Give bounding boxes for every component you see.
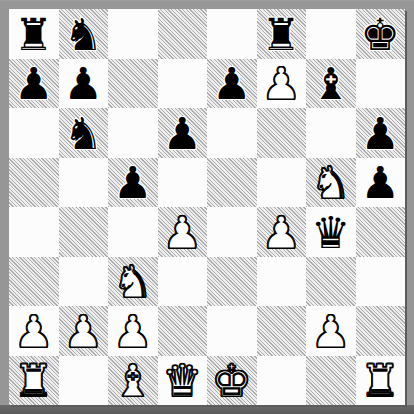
square-e6[interactable]	[207, 108, 257, 158]
square-g3[interactable]	[306, 257, 356, 307]
square-a3[interactable]	[9, 257, 59, 307]
square-c8[interactable]	[108, 9, 158, 59]
square-h7[interactable]	[356, 59, 406, 109]
black-pawn: ♟	[361, 112, 400, 156]
square-c1[interactable]: ♝	[108, 356, 158, 406]
black-rook: ♜	[262, 13, 301, 57]
black-knight: ♞	[64, 112, 103, 156]
square-c4[interactable]	[108, 207, 158, 257]
square-d1[interactable]: ♛	[158, 356, 208, 406]
square-a4[interactable]	[9, 207, 59, 257]
white-pawn: ♟	[262, 211, 301, 255]
square-e2[interactable]	[207, 306, 257, 356]
square-d5[interactable]	[158, 158, 208, 208]
white-king: ♚	[212, 359, 251, 403]
square-a2[interactable]: ♟	[9, 306, 59, 356]
square-g2[interactable]: ♟	[306, 306, 356, 356]
white-pawn: ♟	[14, 310, 53, 354]
square-b6[interactable]: ♞	[59, 108, 109, 158]
square-e8[interactable]	[207, 9, 257, 59]
black-queen: ♛	[311, 211, 350, 255]
white-pawn: ♟	[64, 310, 103, 354]
square-e3[interactable]	[207, 257, 257, 307]
white-rook: ♜	[361, 359, 400, 403]
square-h3[interactable]	[356, 257, 406, 307]
black-king: ♚	[361, 13, 400, 57]
square-d4[interactable]: ♟	[158, 207, 208, 257]
black-rook: ♜	[14, 13, 53, 57]
square-b4[interactable]	[59, 207, 109, 257]
diagram-frame: ♜♞♜♚♟♟♟♟♝♞♟♟♟♞♟♟♟♛♞♟♟♟♟♜♝♛♚♜	[0, 0, 414, 414]
square-h8[interactable]: ♚	[356, 9, 406, 59]
square-f5[interactable]	[257, 158, 307, 208]
square-g7[interactable]: ♝	[306, 59, 356, 109]
square-h1[interactable]: ♜	[356, 356, 406, 406]
white-pawn: ♟	[311, 310, 350, 354]
square-a5[interactable]	[9, 158, 59, 208]
white-queen: ♛	[163, 359, 202, 403]
square-a8[interactable]: ♜	[9, 9, 59, 59]
white-pawn: ♟	[113, 310, 152, 354]
square-d7[interactable]	[158, 59, 208, 109]
square-f2[interactable]	[257, 306, 307, 356]
square-b5[interactable]	[59, 158, 109, 208]
square-g4[interactable]: ♛	[306, 207, 356, 257]
square-g8[interactable]	[306, 9, 356, 59]
square-h5[interactable]: ♟	[356, 158, 406, 208]
black-pawn: ♟	[113, 161, 152, 205]
square-b7[interactable]: ♟	[59, 59, 109, 109]
square-a1[interactable]: ♜	[9, 356, 59, 406]
square-b1[interactable]	[59, 356, 109, 406]
white-pawn: ♟	[163, 211, 202, 255]
square-e4[interactable]	[207, 207, 257, 257]
square-e5[interactable]	[207, 158, 257, 208]
square-d2[interactable]	[158, 306, 208, 356]
black-knight: ♞	[64, 13, 103, 57]
square-g1[interactable]	[306, 356, 356, 406]
square-f3[interactable]	[257, 257, 307, 307]
square-c7[interactable]	[108, 59, 158, 109]
square-g5[interactable]: ♞	[306, 158, 356, 208]
square-d3[interactable]	[158, 257, 208, 307]
square-c5[interactable]: ♟	[108, 158, 158, 208]
black-bishop: ♝	[311, 62, 350, 106]
square-e1[interactable]: ♚	[207, 356, 257, 406]
chess-board: ♜♞♜♚♟♟♟♟♝♞♟♟♟♞♟♟♟♛♞♟♟♟♟♜♝♛♚♜	[9, 9, 405, 405]
white-knight: ♞	[311, 161, 350, 205]
square-f7[interactable]: ♟	[257, 59, 307, 109]
square-h2[interactable]	[356, 306, 406, 356]
square-d6[interactable]: ♟	[158, 108, 208, 158]
square-f1[interactable]	[257, 356, 307, 406]
white-knight: ♞	[113, 260, 152, 304]
black-pawn: ♟	[163, 112, 202, 156]
square-f8[interactable]: ♜	[257, 9, 307, 59]
square-c2[interactable]: ♟	[108, 306, 158, 356]
square-c3[interactable]: ♞	[108, 257, 158, 307]
square-a7[interactable]: ♟	[9, 59, 59, 109]
white-bishop: ♝	[113, 359, 152, 403]
square-e7[interactable]: ♟	[207, 59, 257, 109]
square-d8[interactable]	[158, 9, 208, 59]
black-pawn: ♟	[212, 62, 251, 106]
white-rook: ♜	[14, 359, 53, 403]
square-f4[interactable]: ♟	[257, 207, 307, 257]
square-b8[interactable]: ♞	[59, 9, 109, 59]
black-pawn: ♟	[14, 62, 53, 106]
square-b3[interactable]	[59, 257, 109, 307]
square-h6[interactable]: ♟	[356, 108, 406, 158]
square-f6[interactable]	[257, 108, 307, 158]
square-b2[interactable]: ♟	[59, 306, 109, 356]
square-c6[interactable]	[108, 108, 158, 158]
square-g6[interactable]	[306, 108, 356, 158]
square-h4[interactable]	[356, 207, 406, 257]
square-a6[interactable]	[9, 108, 59, 158]
black-pawn: ♟	[361, 161, 400, 205]
white-pawn: ♟	[262, 62, 301, 106]
black-pawn: ♟	[64, 62, 103, 106]
